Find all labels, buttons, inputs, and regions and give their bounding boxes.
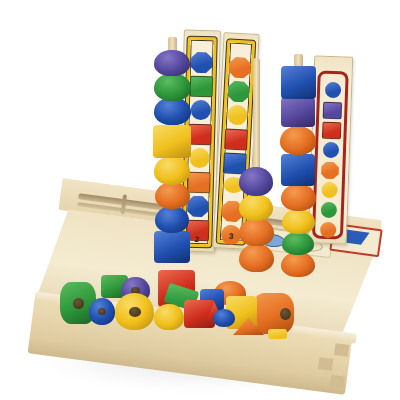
product-photo: 23 — [0, 0, 400, 400]
bead-hole — [98, 308, 106, 315]
loose-bead-12-blue-sphere — [213, 309, 235, 327]
bead-hole — [280, 308, 291, 320]
bead-hole — [129, 307, 141, 317]
loose-bead-15-orange-cylinder — [252, 293, 294, 334]
loose-beads-layer — [0, 0, 400, 400]
loose-bead-5-yellow-sphere — [115, 293, 154, 330]
loose-bead-4-blue-sphere — [89, 298, 115, 325]
bead-hole — [73, 298, 84, 309]
loose-bead-8-yellow-sphere — [154, 304, 184, 330]
loose-bead-17-yellow-flat — [268, 329, 287, 339]
